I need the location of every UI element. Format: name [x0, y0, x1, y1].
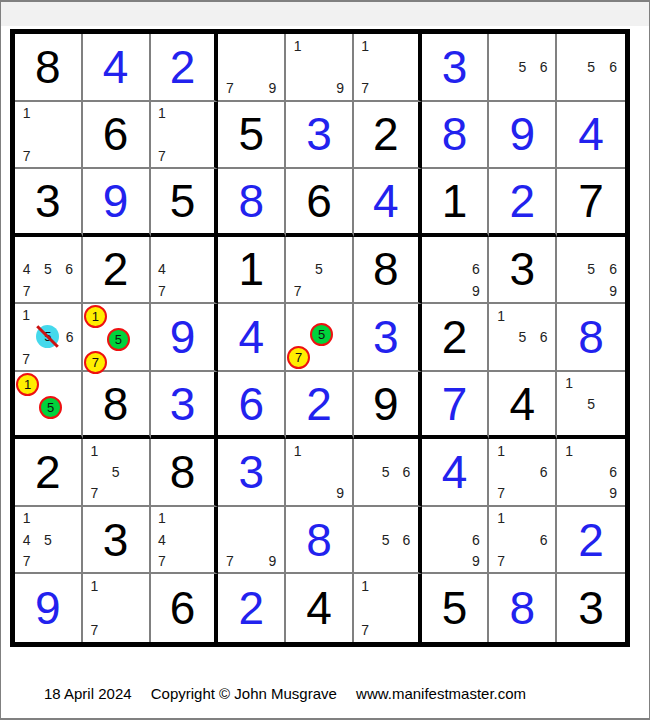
empty-candidate-slot — [330, 440, 351, 461]
cell-r7c5[interactable]: 19 — [286, 439, 354, 507]
pencil-marks: 17 — [83, 574, 149, 642]
empty-candidate-slot — [16, 396, 39, 419]
pencil-marks: 69 — [422, 237, 488, 303]
empty-candidate-slot — [193, 508, 214, 529]
candidate-highlight-green: 5 — [310, 323, 333, 346]
candidate-7: 7 — [16, 550, 37, 571]
empty-candidate-slot — [355, 440, 376, 461]
candidate-7: 7 — [16, 280, 37, 301]
cell-r5c3[interactable]: 9 — [151, 304, 219, 372]
pencil-marks: 17 — [354, 34, 418, 100]
cell-r1c5[interactable]: 19 — [286, 34, 354, 102]
empty-candidate-slot — [126, 575, 147, 597]
cell-r2c2[interactable]: 6 — [83, 102, 151, 170]
empty-candidate-slot — [287, 483, 308, 504]
big-digit: 2 — [286, 372, 352, 436]
empty-candidate-slot — [333, 346, 351, 369]
empty-candidate-slot — [193, 529, 214, 550]
empty-candidate-slot — [512, 305, 533, 326]
empty-candidate-slot — [84, 597, 105, 619]
cell-r7c7[interactable]: 4 — [422, 439, 490, 507]
empty-candidate-slot — [533, 348, 554, 369]
empty-candidate-slot — [330, 462, 351, 483]
empty-candidate-slot — [39, 419, 62, 435]
empty-candidate-slot — [84, 328, 107, 351]
cell-r7c3[interactable]: 8 — [151, 439, 219, 507]
cell-r8c5[interactable]: 8 — [286, 507, 354, 575]
empty-candidate-slot — [533, 550, 554, 571]
cell-r5c4[interactable]: 4 — [218, 304, 286, 372]
empty-candidate-slot — [423, 280, 444, 301]
empty-candidate-slot — [59, 124, 80, 145]
pencil-marks: 17 — [354, 574, 418, 642]
empty-candidate-slot — [580, 440, 602, 461]
candidate-5: 5 — [512, 326, 533, 347]
cell-r4c8[interactable]: 3 — [489, 237, 557, 305]
cell-r1c8[interactable]: 56 — [489, 34, 557, 102]
candidate-1: 1 — [558, 373, 580, 394]
empty-candidate-slot — [193, 238, 214, 259]
cell-r6c1[interactable]: 15 — [15, 372, 83, 440]
empty-candidate-slot — [126, 483, 147, 504]
pencil-marks: 69 — [422, 507, 488, 573]
big-digit: 3 — [15, 169, 81, 233]
empty-candidate-slot — [423, 550, 444, 571]
empty-candidate-slot — [262, 508, 283, 529]
cell-r7c8[interactable]: 167 — [489, 439, 557, 507]
empty-candidate-slot — [126, 440, 147, 461]
empty-candidate-slot — [59, 103, 80, 124]
big-digit: 2 — [218, 574, 284, 642]
empty-candidate-slot — [512, 348, 533, 369]
candidate-highlight-yellow: 7 — [84, 351, 107, 374]
big-digit: 8 — [218, 169, 284, 233]
empty-candidate-slot — [490, 35, 511, 56]
cell-r1c3[interactable]: 2 — [151, 34, 219, 102]
candidate-9: 9 — [262, 550, 283, 571]
cell-r8c1[interactable]: 1457 — [15, 507, 83, 575]
candidate-7: 7 — [152, 145, 173, 166]
candidate-9: 9 — [330, 483, 351, 504]
candidate-highlight-green: 5 — [39, 396, 62, 419]
cell-r9c7[interactable]: 5 — [422, 574, 490, 642]
cell-r9c9[interactable]: 3 — [557, 574, 625, 642]
empty-candidate-slot — [355, 597, 376, 619]
big-digit: 5 — [218, 102, 284, 168]
candidate-5: 5 — [375, 462, 396, 483]
empty-candidate-slot — [355, 56, 376, 77]
cell-r3c7[interactable]: 1 — [422, 169, 490, 237]
empty-candidate-slot — [375, 550, 396, 571]
big-digit: 6 — [286, 169, 352, 233]
empty-candidate-slot — [287, 238, 308, 259]
candidate-1: 1 — [490, 305, 511, 326]
empty-candidate-slot — [308, 56, 329, 77]
big-digit: 8 — [83, 372, 149, 436]
candidate-5: 5 — [375, 529, 396, 550]
candidate-1: 1 — [16, 305, 36, 325]
empty-candidate-slot — [308, 35, 329, 56]
candidate-7: 7 — [490, 550, 511, 571]
empty-candidate-slot — [126, 619, 147, 641]
big-digit: 6 — [151, 574, 215, 642]
pencil-marks: 19 — [286, 34, 352, 100]
empty-candidate-slot — [602, 238, 624, 259]
empty-candidate-slot — [558, 35, 580, 56]
empty-candidate-slot — [490, 462, 511, 483]
empty-candidate-slot — [512, 483, 533, 504]
empty-candidate-slot — [152, 238, 173, 259]
candidate-9: 9 — [602, 280, 624, 301]
cell-r1c7[interactable]: 3 — [422, 34, 490, 102]
empty-candidate-slot — [241, 508, 262, 529]
cell-r6c5[interactable]: 2 — [286, 372, 354, 440]
empty-candidate-slot — [219, 529, 240, 550]
pencil-marks: 15 — [557, 372, 625, 436]
cell-r9c3[interactable]: 6 — [151, 574, 219, 642]
empty-candidate-slot — [241, 77, 262, 98]
candidate-highlight-green: 5 — [107, 328, 130, 351]
empty-candidate-slot — [16, 238, 37, 259]
cell-r3c5[interactable]: 6 — [286, 169, 354, 237]
candidate-7: 7 — [152, 550, 173, 571]
empty-candidate-slot — [308, 238, 329, 259]
empty-candidate-slot — [262, 56, 283, 77]
empty-candidate-slot — [193, 103, 214, 124]
empty-candidate-slot — [396, 508, 417, 529]
pencil-marks: 157 — [83, 304, 149, 370]
candidate-5: 5 — [580, 56, 602, 77]
empty-candidate-slot — [84, 462, 105, 483]
empty-candidate-slot — [580, 462, 602, 483]
candidate-5: 5 — [580, 259, 602, 280]
empty-candidate-slot — [172, 280, 193, 301]
big-digit: 7 — [422, 372, 488, 436]
cell-r1c9[interactable]: 56 — [557, 34, 625, 102]
empty-candidate-slot — [39, 373, 62, 396]
cell-r1c1[interactable]: 8 — [15, 34, 83, 102]
cell-r2c1[interactable]: 17 — [15, 102, 83, 170]
cell-r4c5[interactable]: 57 — [286, 237, 354, 305]
cell-r6c8[interactable]: 4 — [489, 372, 557, 440]
candidate-1: 1 — [287, 35, 308, 56]
big-digit: 4 — [354, 169, 418, 233]
big-digit: 1 — [218, 237, 284, 303]
big-digit: 7 — [557, 169, 625, 233]
empty-candidate-slot — [37, 124, 58, 145]
candidate-7: 7 — [152, 280, 173, 301]
candidate-1: 1 — [490, 440, 511, 461]
candidate-7: 7 — [490, 483, 511, 504]
pencil-marks: 47 — [151, 237, 215, 303]
empty-candidate-slot — [490, 348, 511, 369]
cell-r3c1[interactable]: 3 — [15, 169, 83, 237]
cell-r5c7[interactable]: 2 — [422, 304, 490, 372]
cell-r7c6[interactable]: 56 — [354, 439, 422, 507]
cell-r5c6[interactable]: 3 — [354, 304, 422, 372]
candidate-9: 9 — [262, 77, 283, 98]
empty-candidate-slot — [308, 462, 329, 483]
cell-r6c3[interactable]: 3 — [151, 372, 219, 440]
candidate-7: 7 — [287, 346, 310, 369]
cell-r5c9[interactable]: 8 — [557, 304, 625, 372]
cell-r1c6[interactable]: 17 — [354, 34, 422, 102]
empty-candidate-slot — [355, 462, 376, 483]
empty-candidate-slot — [558, 414, 580, 435]
empty-candidate-slot — [172, 103, 193, 124]
cell-r1c2[interactable]: 4 — [83, 34, 151, 102]
cell-r8c2[interactable]: 3 — [83, 507, 151, 575]
empty-candidate-slot — [241, 550, 262, 571]
empty-candidate-slot — [602, 77, 624, 98]
pencil-marks: 19 — [286, 439, 352, 505]
cell-r9c8[interactable]: 8 — [489, 574, 557, 642]
cell-r9c5[interactable]: 4 — [286, 574, 354, 642]
empty-candidate-slot — [558, 77, 580, 98]
cell-r7c2[interactable]: 157 — [83, 439, 151, 507]
empty-candidate-slot — [330, 280, 351, 301]
empty-candidate-slot — [580, 77, 602, 98]
candidate-6: 6 — [396, 529, 417, 550]
candidate-7: 7 — [355, 619, 376, 641]
cell-r1c4[interactable]: 79 — [218, 34, 286, 102]
cell-r4c6[interactable]: 8 — [354, 237, 422, 305]
cell-r8c7[interactable]: 69 — [422, 507, 490, 575]
cell-r4c3[interactable]: 47 — [151, 237, 219, 305]
cell-r5c8[interactable]: 156 — [489, 304, 557, 372]
cell-r4c2[interactable]: 2 — [83, 237, 151, 305]
cell-r9c6[interactable]: 17 — [354, 574, 422, 642]
empty-candidate-slot — [62, 419, 80, 435]
empty-candidate-slot — [59, 280, 80, 301]
empty-candidate-slot — [533, 305, 554, 326]
empty-candidate-slot — [396, 597, 417, 619]
empty-candidate-slot — [308, 280, 329, 301]
big-digit: 3 — [151, 372, 215, 436]
cell-r7c9[interactable]: 169 — [557, 439, 625, 507]
pencil-marks: 57 — [286, 304, 352, 370]
big-digit: 5 — [151, 169, 215, 233]
big-digit: 8 — [15, 34, 81, 100]
cell-r3c3[interactable]: 5 — [151, 169, 219, 237]
empty-candidate-slot — [490, 529, 511, 550]
pencil-marks: 17 — [151, 102, 215, 168]
empty-candidate-slot — [105, 619, 126, 641]
big-digit: 3 — [422, 34, 488, 100]
candidate-5: 5 — [310, 323, 333, 346]
cell-r6c4[interactable]: 6 — [218, 372, 286, 440]
empty-candidate-slot — [16, 419, 39, 435]
cell-r2c9[interactable]: 4 — [557, 102, 625, 170]
cell-r3c8[interactable]: 2 — [489, 169, 557, 237]
empty-candidate-slot — [396, 483, 417, 504]
cell-r8c9[interactable]: 2 — [557, 507, 625, 575]
candidate-1: 1 — [84, 440, 105, 461]
empty-candidate-slot — [308, 483, 329, 504]
empty-candidate-slot — [172, 529, 193, 550]
empty-candidate-slot — [193, 259, 214, 280]
candidate-highlight-cyan-slash: 5 — [36, 325, 59, 348]
candidate-6: 6 — [602, 56, 624, 77]
empty-candidate-slot — [330, 56, 351, 77]
empty-candidate-slot — [396, 35, 417, 56]
empty-candidate-slot — [262, 35, 283, 56]
empty-candidate-slot — [59, 550, 80, 571]
cell-r8c6[interactable]: 56 — [354, 507, 422, 575]
empty-candidate-slot — [444, 550, 465, 571]
cell-r3c9[interactable]: 7 — [557, 169, 625, 237]
empty-candidate-slot — [310, 346, 333, 369]
empty-candidate-slot — [602, 35, 624, 56]
empty-candidate-slot — [241, 529, 262, 550]
cell-r4c7[interactable]: 69 — [422, 237, 490, 305]
pencil-marks: 147 — [151, 507, 215, 573]
empty-candidate-slot — [580, 483, 602, 504]
candidate-6: 6 — [602, 259, 624, 280]
empty-candidate-slot — [287, 77, 308, 98]
candidate-1: 1 — [490, 508, 511, 529]
empty-candidate-slot — [333, 323, 351, 346]
empty-candidate-slot — [375, 483, 396, 504]
cell-r5c5[interactable]: 57 — [286, 304, 354, 372]
cell-r4c9[interactable]: 569 — [557, 237, 625, 305]
cell-r7c1[interactable]: 2 — [15, 439, 83, 507]
candidate-4: 4 — [152, 529, 173, 550]
empty-candidate-slot — [533, 77, 554, 98]
candidate-6: 6 — [465, 529, 486, 550]
empty-candidate-slot — [36, 348, 59, 368]
empty-candidate-slot — [512, 440, 533, 461]
cell-r9c4[interactable]: 2 — [218, 574, 286, 642]
pencil-marks: 56 — [354, 439, 418, 505]
empty-candidate-slot — [512, 508, 533, 529]
empty-candidate-slot — [130, 328, 148, 351]
cell-r7c4[interactable]: 3 — [218, 439, 286, 507]
candidate-9: 9 — [602, 483, 624, 504]
empty-candidate-slot — [59, 348, 79, 368]
cell-r2c6[interactable]: 2 — [354, 102, 422, 170]
candidate-6: 6 — [602, 462, 624, 483]
empty-candidate-slot — [444, 280, 465, 301]
pencil-marks: 56 — [489, 34, 555, 100]
candidate-1: 1 — [152, 103, 173, 124]
empty-candidate-slot — [105, 483, 126, 504]
candidate-9: 9 — [465, 280, 486, 301]
empty-candidate-slot — [396, 56, 417, 77]
cell-r4c4[interactable]: 1 — [218, 237, 286, 305]
big-digit: 8 — [151, 439, 215, 505]
cell-r9c1[interactable]: 9 — [15, 574, 83, 642]
empty-candidate-slot — [423, 259, 444, 280]
candidate-7: 7 — [287, 280, 308, 301]
cell-r2c4[interactable]: 5 — [218, 102, 286, 170]
cell-r8c4[interactable]: 79 — [218, 507, 286, 575]
candidate-9: 9 — [465, 550, 486, 571]
candidate-6: 6 — [533, 462, 554, 483]
empty-candidate-slot — [62, 373, 80, 396]
candidate-1: 1 — [558, 440, 580, 461]
big-digit: 5 — [422, 574, 488, 642]
empty-candidate-slot — [375, 575, 396, 597]
pencil-marks: 79 — [218, 34, 284, 100]
empty-candidate-slot — [241, 35, 262, 56]
cell-r3c6[interactable]: 4 — [354, 169, 422, 237]
empty-candidate-slot — [308, 77, 329, 98]
empty-candidate-slot — [423, 508, 444, 529]
candidate-5: 5 — [308, 259, 329, 280]
cell-r5c1[interactable]: 1567 — [15, 304, 83, 372]
candidate-6: 6 — [533, 529, 554, 550]
cell-r3c2[interactable]: 9 — [83, 169, 151, 237]
candidate-6: 6 — [533, 326, 554, 347]
empty-candidate-slot — [262, 529, 283, 550]
empty-candidate-slot — [130, 305, 148, 328]
candidate-7: 7 — [355, 77, 376, 98]
empty-candidate-slot — [602, 393, 624, 414]
empty-candidate-slot — [126, 597, 147, 619]
candidate-5: 5 — [37, 529, 58, 550]
cell-r6c9[interactable]: 15 — [557, 372, 625, 440]
empty-candidate-slot — [375, 440, 396, 461]
empty-candidate-slot — [193, 280, 214, 301]
big-digit: 3 — [83, 507, 149, 573]
empty-candidate-slot — [444, 529, 465, 550]
empty-candidate-slot — [375, 35, 396, 56]
empty-candidate-slot — [59, 238, 80, 259]
candidate-5: 5 — [39, 396, 62, 419]
cell-r6c6[interactable]: 9 — [354, 372, 422, 440]
cell-r2c7[interactable]: 8 — [422, 102, 490, 170]
cell-r6c7[interactable]: 7 — [422, 372, 490, 440]
cell-r4c1[interactable]: 4567 — [15, 237, 83, 305]
candidate-5: 5 — [37, 259, 58, 280]
candidate-1: 1 — [152, 508, 173, 529]
big-digit: 4 — [286, 574, 352, 642]
empty-candidate-slot — [107, 351, 130, 374]
cell-r2c8[interactable]: 9 — [489, 102, 557, 170]
big-digit: 2 — [15, 439, 81, 505]
candidate-1: 1 — [84, 305, 107, 328]
empty-candidate-slot — [105, 440, 126, 461]
cell-r9c2[interactable]: 17 — [83, 574, 151, 642]
cell-r6c2[interactable]: 8 — [83, 372, 151, 440]
big-digit: 4 — [489, 372, 555, 436]
cell-r3c4[interactable]: 8 — [218, 169, 286, 237]
cell-r8c8[interactable]: 167 — [489, 507, 557, 575]
big-digit: 2 — [557, 507, 625, 573]
pencil-marks: 157 — [83, 439, 149, 505]
empty-candidate-slot — [37, 280, 58, 301]
cell-r5c2[interactable]: 157 — [83, 304, 151, 372]
empty-candidate-slot — [558, 238, 580, 259]
candidate-1: 1 — [355, 35, 376, 56]
empty-candidate-slot — [330, 238, 351, 259]
candidate-7: 7 — [16, 145, 37, 166]
cell-r2c5[interactable]: 3 — [286, 102, 354, 170]
big-digit: 4 — [557, 102, 625, 168]
candidate-6: 6 — [59, 259, 80, 280]
empty-candidate-slot — [16, 124, 37, 145]
cell-r2c3[interactable]: 17 — [151, 102, 219, 170]
cell-r8c3[interactable]: 147 — [151, 507, 219, 575]
empty-candidate-slot — [287, 323, 310, 346]
big-digit: 2 — [422, 304, 488, 370]
empty-candidate-slot — [423, 529, 444, 550]
big-digit: 2 — [83, 237, 149, 303]
empty-candidate-slot — [37, 103, 58, 124]
pencil-marks: 167 — [489, 507, 555, 573]
big-digit: 9 — [489, 102, 555, 168]
